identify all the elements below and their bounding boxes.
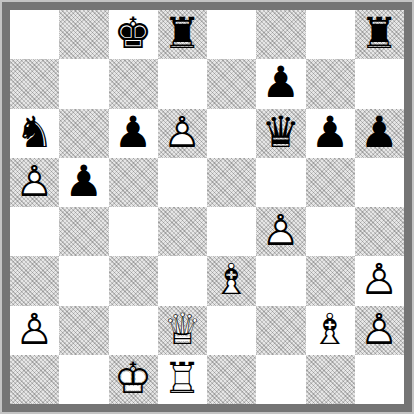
square-d3[interactable] <box>158 256 207 305</box>
square-f2[interactable] <box>256 306 305 355</box>
black-pawn-icon: ♟ <box>355 109 404 158</box>
square-e5[interactable] <box>207 158 256 207</box>
square-c5[interactable] <box>109 158 158 207</box>
square-b5[interactable]: ♟ <box>59 158 108 207</box>
square-c6[interactable]: ♟ <box>109 109 158 158</box>
square-h3[interactable]: ♟♙ <box>355 256 404 305</box>
square-c2[interactable] <box>109 306 158 355</box>
square-b6[interactable] <box>59 109 108 158</box>
square-a8[interactable] <box>10 10 59 59</box>
square-d8[interactable]: ♜ <box>158 10 207 59</box>
piece-black-rook: ♜ <box>158 10 207 59</box>
white-pawn-icon: ♙ <box>355 256 404 305</box>
square-h8[interactable]: ♜ <box>355 10 404 59</box>
piece-white-pawn: ♟♙ <box>256 207 305 256</box>
square-f1[interactable] <box>256 355 305 404</box>
square-a1[interactable] <box>10 355 59 404</box>
white-pawn-icon: ♙ <box>10 306 59 355</box>
piece-white-pawn: ♟♙ <box>355 306 404 355</box>
square-g6[interactable]: ♟ <box>306 109 355 158</box>
square-h5[interactable] <box>355 158 404 207</box>
square-e7[interactable] <box>207 59 256 108</box>
piece-white-king: ♚♔ <box>109 355 158 404</box>
white-pawn-icon: ♙ <box>256 207 305 256</box>
square-g7[interactable] <box>306 59 355 108</box>
square-f4[interactable]: ♟♙ <box>256 207 305 256</box>
square-a2[interactable]: ♟♙ <box>10 306 59 355</box>
piece-black-knight: ♞ <box>10 109 59 158</box>
white-pawn-icon: ♙ <box>10 158 59 207</box>
square-e2[interactable] <box>207 306 256 355</box>
square-a5[interactable]: ♟♙ <box>10 158 59 207</box>
square-e6[interactable] <box>207 109 256 158</box>
square-d4[interactable] <box>158 207 207 256</box>
square-g1[interactable] <box>306 355 355 404</box>
chess-board: ♚♜♜♟♞♟♟♙♛♟♟♟♙♟♟♙♝♗♟♙♟♙♛♕♝♗♟♙♚♔♜♖ <box>10 10 404 404</box>
square-d1[interactable]: ♜♖ <box>158 355 207 404</box>
square-f3[interactable] <box>256 256 305 305</box>
square-a6[interactable]: ♞ <box>10 109 59 158</box>
piece-black-pawn: ♟ <box>256 59 305 108</box>
black-rook-icon: ♜ <box>158 10 207 59</box>
square-b7[interactable] <box>59 59 108 108</box>
square-g8[interactable] <box>306 10 355 59</box>
square-a7[interactable] <box>10 59 59 108</box>
square-e8[interactable] <box>207 10 256 59</box>
white-pawn-icon: ♙ <box>158 109 207 158</box>
piece-white-rook: ♜♖ <box>158 355 207 404</box>
square-a4[interactable] <box>10 207 59 256</box>
piece-white-pawn: ♟♙ <box>158 109 207 158</box>
black-knight-icon: ♞ <box>10 109 59 158</box>
square-h1[interactable] <box>355 355 404 404</box>
square-h6[interactable]: ♟ <box>355 109 404 158</box>
square-g4[interactable] <box>306 207 355 256</box>
black-pawn-icon: ♟ <box>59 158 108 207</box>
square-b4[interactable] <box>59 207 108 256</box>
square-f6[interactable]: ♛ <box>256 109 305 158</box>
square-f5[interactable] <box>256 158 305 207</box>
piece-black-queen: ♛ <box>256 109 305 158</box>
square-c7[interactable] <box>109 59 158 108</box>
square-c1[interactable]: ♚♔ <box>109 355 158 404</box>
square-e4[interactable] <box>207 207 256 256</box>
board-frame: ♚♜♜♟♞♟♟♙♛♟♟♟♙♟♟♙♝♗♟♙♟♙♛♕♝♗♟♙♚♔♜♖ <box>0 0 414 414</box>
square-g2[interactable]: ♝♗ <box>306 306 355 355</box>
white-king-icon: ♔ <box>109 355 158 404</box>
white-queen-icon: ♕ <box>158 306 207 355</box>
square-h4[interactable] <box>355 207 404 256</box>
piece-white-pawn: ♟♙ <box>10 306 59 355</box>
square-b2[interactable] <box>59 306 108 355</box>
square-c4[interactable] <box>109 207 158 256</box>
square-d5[interactable] <box>158 158 207 207</box>
square-h2[interactable]: ♟♙ <box>355 306 404 355</box>
black-pawn-icon: ♟ <box>256 59 305 108</box>
white-pawn-icon: ♙ <box>355 306 404 355</box>
square-c3[interactable] <box>109 256 158 305</box>
square-d6[interactable]: ♟♙ <box>158 109 207 158</box>
square-e1[interactable] <box>207 355 256 404</box>
square-d2[interactable]: ♛♕ <box>158 306 207 355</box>
black-queen-icon: ♛ <box>256 109 305 158</box>
piece-black-pawn: ♟ <box>59 158 108 207</box>
piece-black-rook: ♜ <box>355 10 404 59</box>
square-e3[interactable]: ♝♗ <box>207 256 256 305</box>
square-g3[interactable] <box>306 256 355 305</box>
square-b1[interactable] <box>59 355 108 404</box>
piece-white-queen: ♛♕ <box>158 306 207 355</box>
square-c8[interactable]: ♚ <box>109 10 158 59</box>
white-rook-icon: ♖ <box>158 355 207 404</box>
white-bishop-icon: ♗ <box>207 256 256 305</box>
piece-white-pawn: ♟♙ <box>10 158 59 207</box>
black-pawn-icon: ♟ <box>109 109 158 158</box>
piece-black-pawn: ♟ <box>109 109 158 158</box>
black-pawn-icon: ♟ <box>306 109 355 158</box>
square-d7[interactable] <box>158 59 207 108</box>
square-b3[interactable] <box>59 256 108 305</box>
black-king-icon: ♚ <box>109 10 158 59</box>
black-rook-icon: ♜ <box>355 10 404 59</box>
piece-white-bishop: ♝♗ <box>306 306 355 355</box>
square-b8[interactable] <box>59 10 108 59</box>
square-f7[interactable]: ♟ <box>256 59 305 108</box>
white-bishop-icon: ♗ <box>306 306 355 355</box>
piece-white-bishop: ♝♗ <box>207 256 256 305</box>
piece-black-pawn: ♟ <box>306 109 355 158</box>
piece-black-king: ♚ <box>109 10 158 59</box>
piece-black-pawn: ♟ <box>355 109 404 158</box>
square-f8[interactable] <box>256 10 305 59</box>
piece-white-pawn: ♟♙ <box>355 256 404 305</box>
square-h7[interactable] <box>355 59 404 108</box>
square-g5[interactable] <box>306 158 355 207</box>
square-a3[interactable] <box>10 256 59 305</box>
